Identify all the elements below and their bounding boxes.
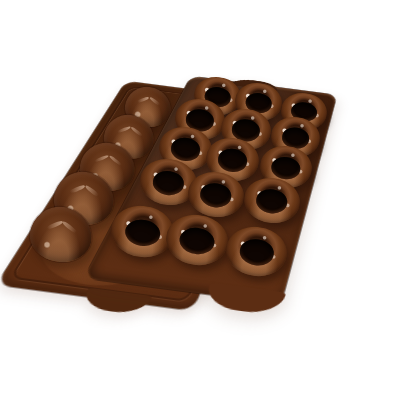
cavity-hole — [169, 136, 201, 162]
cavity-hole — [150, 169, 185, 197]
mold-cavities — [0, 0, 400, 400]
cavity-hole — [216, 147, 248, 173]
product-photo — [0, 0, 400, 400]
cavity-hole — [123, 216, 162, 247]
mold-cavity — [163, 211, 231, 269]
cavity-hole — [178, 226, 216, 257]
cavity-hole — [255, 187, 289, 215]
cavity-hole — [199, 181, 233, 209]
mold-cavity — [222, 222, 289, 279]
cavity-hole — [237, 237, 274, 267]
cavity-hole — [270, 155, 302, 181]
